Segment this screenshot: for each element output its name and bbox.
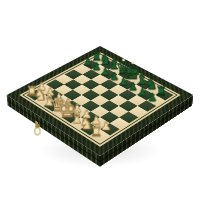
brass-clasp-icon <box>32 121 41 140</box>
white-pawn-a2: ♟ <box>28 81 54 92</box>
green-rook-a8: ♜ <box>84 50 108 62</box>
chess-board: ♜♞♝♛♚♝♞♜♟♟♟♟♟♟♟♟♟♟♟♟♟♟♟♟♜♞♝♛♚♝♞♜ <box>7 46 194 156</box>
frame-outer-cream-line: ♜♞♝♛♚♝♞♜♟♟♟♟♟♟♟♟♟♟♟♟♟♟♟♟♜♞♝♛♚♝♞♜ <box>19 52 180 147</box>
product-photo: ♜♞♝♛♚♝♞♜♟♟♟♟♟♟♟♟♟♟♟♟♟♟♟♟♜♞♝♛♚♝♞♜ <box>0 0 200 200</box>
square-h8: ♜ <box>155 90 173 101</box>
clasp-ring <box>34 127 40 135</box>
square-h5 <box>128 106 147 117</box>
white-rook-a1: ♜ <box>18 84 44 97</box>
scene: ♜♞♝♛♚♝♞♜♟♟♟♟♟♟♟♟♟♟♟♟♟♟♟♟♜♞♝♛♚♝♞♜ <box>0 0 200 200</box>
